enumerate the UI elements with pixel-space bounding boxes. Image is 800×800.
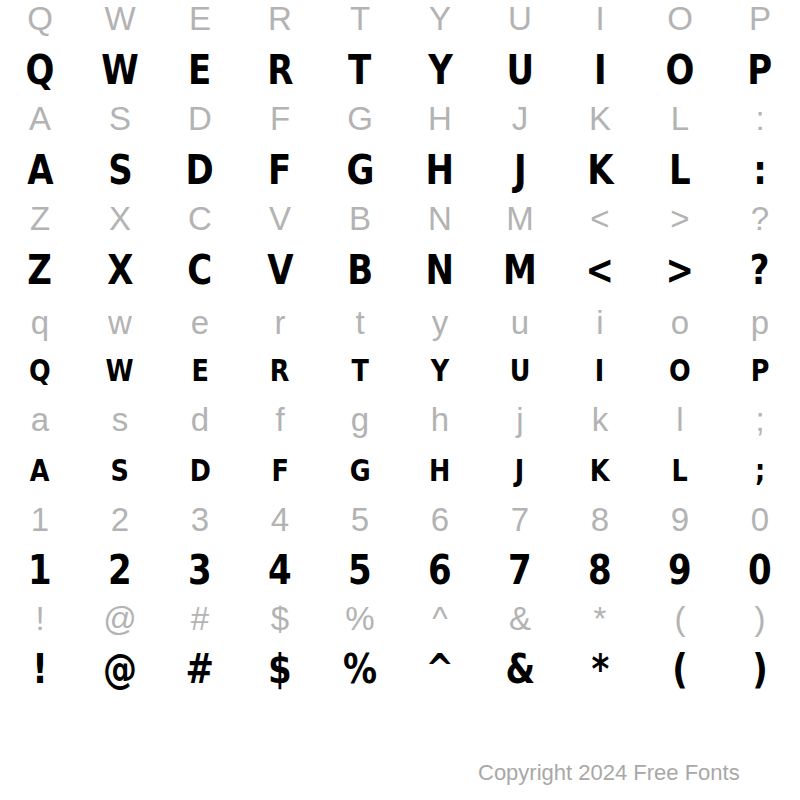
glyph-cell: G: [320, 93, 400, 143]
glyph: H: [429, 456, 450, 486]
glyph-cell: ): [720, 644, 800, 694]
glyph-cell: ?: [720, 193, 800, 243]
glyph: Z: [28, 250, 53, 290]
glyph: F: [268, 150, 291, 190]
glyph: 0: [748, 550, 772, 590]
glyph-cell: T: [320, 346, 400, 396]
glyph-cell: s: [80, 394, 160, 444]
glyph-cell: >: [640, 193, 720, 243]
glyph: C: [188, 202, 212, 235]
glyph-cell: I: [560, 0, 640, 43]
glyph-cell: @: [80, 593, 160, 643]
glyph-cell: 6: [400, 494, 480, 544]
glyph-cell: W: [80, 346, 160, 396]
glyph: N: [428, 202, 452, 235]
glyph: Q: [29, 356, 51, 386]
glyph-row: QWERTYUIOP: [0, 0, 800, 43]
glyph: <: [586, 250, 614, 290]
glyph-cell: #: [160, 593, 240, 643]
glyph-cell: E: [160, 346, 240, 396]
glyph: y: [432, 306, 449, 339]
glyph-cell: R: [240, 0, 320, 43]
glyph-row: ASDFGHJKL:: [0, 93, 800, 143]
glyph-cell: O: [640, 0, 720, 43]
glyph: P: [749, 2, 771, 35]
glyph: Z: [30, 202, 50, 235]
glyph: L: [669, 150, 691, 190]
glyph: 0: [751, 503, 769, 536]
glyph: ^: [432, 602, 448, 635]
glyph-cell: k: [560, 394, 640, 444]
glyph: 3: [191, 503, 209, 536]
glyph-cell: d: [160, 394, 240, 444]
glyph: U: [508, 2, 532, 35]
glyph: Q: [27, 2, 53, 35]
glyph: P: [751, 356, 770, 386]
glyph: Q: [26, 50, 55, 90]
glyph-cell: L: [640, 446, 720, 496]
glyph-cell: 5: [320, 494, 400, 544]
glyph: V: [269, 202, 291, 235]
glyph: E: [188, 50, 211, 90]
glyph-cell: (: [640, 644, 720, 694]
glyph-cell: E: [160, 45, 240, 95]
glyph: f: [275, 403, 284, 436]
glyph-cell: N: [400, 245, 480, 295]
glyph-cell: L: [640, 93, 720, 143]
glyph-cell: Y: [400, 346, 480, 396]
glyph-cell: <: [560, 193, 640, 243]
glyph-cell: C: [160, 245, 240, 295]
glyph-row: QWERTYUIOP: [0, 45, 800, 95]
glyph: ): [755, 602, 766, 635]
glyph-cell: &: [480, 644, 560, 694]
glyph-cell: J: [480, 93, 560, 143]
glyph: E: [191, 356, 208, 386]
glyph-cell: K: [560, 145, 640, 195]
glyph: (: [672, 649, 688, 689]
glyph-cell: u: [480, 297, 560, 347]
glyph: 5: [351, 503, 369, 536]
glyph-cell: M: [480, 245, 560, 295]
glyph-cell: P: [720, 0, 800, 43]
glyph-cell: K: [560, 93, 640, 143]
glyph: 7: [508, 550, 532, 590]
font-specimen-page: { "game": "font-specimen-character-map",…: [0, 0, 800, 800]
glyph-cell: X: [80, 193, 160, 243]
glyph-cell: 8: [560, 545, 640, 595]
glyph: ;: [755, 403, 764, 436]
glyph: T: [350, 2, 370, 35]
glyph-cell: W: [80, 45, 160, 95]
glyph-cell: U: [480, 346, 560, 396]
glyph-cell: *: [560, 593, 640, 643]
glyph: ^: [426, 649, 454, 689]
glyph-cell: 6: [400, 545, 480, 595]
glyph-row: !@#$%^&*(): [0, 644, 800, 694]
glyph-cell: $: [240, 644, 320, 694]
glyph: ;: [755, 456, 765, 486]
glyph-cell: o: [640, 297, 720, 347]
glyph-cell: 3: [160, 494, 240, 544]
glyph-cell: D: [160, 145, 240, 195]
glyph-cell: *: [560, 644, 640, 694]
glyph: 9: [668, 550, 692, 590]
glyph: I: [595, 2, 604, 35]
glyph-cell: 4: [240, 494, 320, 544]
glyph: w: [108, 306, 132, 339]
glyph-cell: 9: [640, 494, 720, 544]
glyph: V: [267, 250, 293, 290]
glyph-cell: f: [240, 394, 320, 444]
glyph: e: [191, 306, 209, 339]
glyph: u: [511, 306, 529, 339]
glyph: @: [103, 602, 137, 635]
glyph: L: [672, 456, 688, 486]
glyph: q: [31, 306, 49, 339]
glyph: s: [112, 403, 129, 436]
glyph: Y: [429, 2, 451, 35]
glyph: K: [587, 150, 613, 190]
glyph: >: [670, 202, 689, 235]
glyph-cell: R: [240, 346, 320, 396]
glyph: D: [186, 150, 214, 190]
glyph: $: [268, 649, 292, 689]
glyph-row: asdfghjkl;: [0, 394, 800, 444]
glyph-cell: C: [160, 193, 240, 243]
glyph: o: [671, 306, 689, 339]
glyph-cell: R: [240, 45, 320, 95]
glyph-cell: @: [80, 644, 160, 694]
glyph: M: [506, 202, 534, 235]
glyph: h: [431, 403, 449, 436]
glyph: Y: [428, 50, 453, 90]
glyph: N: [426, 250, 454, 290]
glyph: H: [426, 150, 454, 190]
glyph: ?: [751, 202, 769, 235]
glyph: 4: [268, 550, 292, 590]
glyph: #: [186, 649, 214, 689]
glyph-cell: e: [160, 297, 240, 347]
glyph-cell: Q: [0, 0, 80, 43]
glyph-cell: p: [720, 297, 800, 347]
glyph-row: ZXCVBNM<>?: [0, 193, 800, 243]
glyph: 4: [271, 503, 289, 536]
glyph-cell: S: [80, 93, 160, 143]
glyph: l: [676, 403, 683, 436]
glyph: T: [348, 50, 371, 90]
glyph: &: [509, 602, 531, 635]
glyph-cell: A: [0, 145, 80, 195]
glyph-cell: B: [320, 245, 400, 295]
character-map: QWERTYUIOPQWERTYUIOPASDFGHJKL:ASDFGHJKL:…: [0, 0, 800, 800]
glyph-cell: h: [400, 394, 480, 444]
glyph-cell: %: [320, 644, 400, 694]
glyph-cell: :: [720, 93, 800, 143]
glyph-cell: M: [480, 193, 560, 243]
glyph-cell: 7: [480, 545, 560, 595]
glyph-cell: ^: [400, 593, 480, 643]
glyph-cell: !: [0, 593, 80, 643]
glyph: J: [514, 150, 527, 190]
glyph: F: [270, 102, 290, 135]
glyph: U: [510, 356, 531, 386]
glyph: R: [268, 2, 292, 35]
glyph: B: [347, 250, 373, 290]
glyph: A: [29, 102, 51, 135]
glyph-cell: ): [720, 593, 800, 643]
glyph: J: [512, 102, 529, 135]
glyph: U: [506, 50, 534, 90]
glyph: 8: [591, 503, 609, 536]
glyph: &: [505, 649, 535, 689]
glyph: i: [596, 306, 603, 339]
glyph-row: ASDFGHJKL:: [0, 145, 800, 195]
glyph-row: !@#$%^&*(): [0, 593, 800, 643]
glyph: K: [590, 456, 610, 486]
glyph-cell: 2: [80, 494, 160, 544]
glyph-cell: a: [0, 394, 80, 444]
glyph: D: [189, 456, 210, 486]
glyph-cell: t: [320, 297, 400, 347]
glyph-cell: j: [480, 394, 560, 444]
glyph-cell: $: [240, 593, 320, 643]
glyph-cell: H: [400, 145, 480, 195]
glyph: S: [108, 150, 132, 190]
glyph: S: [111, 456, 129, 486]
glyph: $: [271, 602, 289, 635]
glyph-cell: H: [400, 93, 480, 143]
glyph: 8: [588, 550, 612, 590]
glyph: J: [515, 456, 524, 486]
glyph-cell: F: [240, 93, 320, 143]
glyph: A: [27, 150, 53, 190]
glyph-cell: T: [320, 0, 400, 43]
glyph-cell: Q: [0, 45, 80, 95]
glyph: I: [595, 356, 604, 386]
glyph-cell: ;: [720, 446, 800, 496]
glyph: X: [109, 202, 131, 235]
glyph-cell: S: [80, 446, 160, 496]
glyph-cell: 1: [0, 545, 80, 595]
glyph: 7: [511, 503, 529, 536]
glyph-row: 1234567890: [0, 545, 800, 595]
glyph: t: [355, 306, 364, 339]
glyph-row: ZXCVBNM<>?: [0, 245, 800, 295]
glyph: W: [106, 356, 134, 386]
glyph: 2: [108, 550, 132, 590]
glyph-cell: I: [560, 45, 640, 95]
glyph-cell: ^: [400, 644, 480, 694]
glyph-cell: Z: [0, 245, 80, 295]
glyph-cell: 9: [640, 545, 720, 595]
glyph: %: [343, 649, 377, 689]
glyph: E: [189, 2, 211, 35]
glyph-cell: N: [400, 193, 480, 243]
glyph: ?: [750, 250, 770, 290]
glyph-cell: 0: [720, 494, 800, 544]
glyph: >: [666, 250, 694, 290]
glyph: p: [751, 306, 769, 339]
glyph-cell: q: [0, 297, 80, 347]
glyph-cell: Y: [400, 45, 480, 95]
glyph-cell: F: [240, 446, 320, 496]
glyph-cell: 5: [320, 545, 400, 595]
glyph-cell: T: [320, 45, 400, 95]
glyph-cell: S: [80, 145, 160, 195]
glyph-cell: :: [720, 145, 800, 195]
glyph-cell: W: [80, 0, 160, 43]
glyph-cell: V: [240, 193, 320, 243]
glyph: G: [346, 150, 374, 190]
glyph-cell: K: [560, 446, 640, 496]
glyph-cell: A: [0, 446, 80, 496]
glyph-cell: I: [560, 346, 640, 396]
glyph: P: [748, 50, 773, 90]
glyph-row: qwertyuiop: [0, 297, 800, 347]
glyph: I: [594, 50, 607, 90]
glyph-row: 1234567890: [0, 494, 800, 544]
glyph-cell: O: [640, 346, 720, 396]
glyph: B: [349, 202, 371, 235]
glyph-cell: F: [240, 145, 320, 195]
glyph: M: [503, 250, 537, 290]
glyph-cell: A: [0, 93, 80, 143]
glyph: j: [516, 403, 523, 436]
glyph: S: [109, 102, 131, 135]
glyph-cell: ?: [720, 245, 800, 295]
glyph-cell: O: [640, 45, 720, 95]
glyph-cell: Z: [0, 193, 80, 243]
glyph-cell: 4: [240, 545, 320, 595]
glyph: ): [752, 649, 768, 689]
glyph: !: [32, 649, 48, 689]
glyph: K: [589, 102, 611, 135]
glyph-cell: Y: [400, 0, 480, 43]
glyph-cell: B: [320, 193, 400, 243]
glyph: R: [270, 356, 290, 386]
glyph-cell: 1: [0, 494, 80, 544]
glyph-cell: X: [80, 245, 160, 295]
glyph: @: [103, 649, 137, 689]
glyph: 6: [431, 503, 449, 536]
glyph-cell: 0: [720, 545, 800, 595]
glyph: T: [351, 356, 368, 386]
glyph-cell: D: [160, 93, 240, 143]
glyph: G: [347, 102, 373, 135]
glyph: A: [30, 456, 50, 486]
glyph-cell: i: [560, 297, 640, 347]
glyph: 6: [428, 550, 452, 590]
glyph-cell: P: [720, 45, 800, 95]
glyph: R: [267, 50, 293, 90]
glyph-cell: U: [480, 45, 560, 95]
glyph: *: [591, 649, 609, 689]
glyph: :: [753, 150, 767, 190]
glyph-row: ASDFGHJKL;: [0, 446, 800, 496]
glyph: d: [191, 403, 209, 436]
glyph-cell: %: [320, 593, 400, 643]
glyph-cell: J: [480, 446, 560, 496]
glyph: %: [345, 602, 374, 635]
glyph: G: [350, 456, 371, 486]
glyph-cell: J: [480, 145, 560, 195]
glyph-cell: P: [720, 346, 800, 396]
glyph-cell: Q: [0, 346, 80, 396]
glyph: <: [590, 202, 609, 235]
glyph-cell: >: [640, 245, 720, 295]
glyph-cell: V: [240, 245, 320, 295]
glyph: r: [275, 306, 286, 339]
glyph: 9: [671, 503, 689, 536]
glyph-cell: 7: [480, 494, 560, 544]
glyph-cell: l: [640, 394, 720, 444]
glyph: W: [101, 50, 139, 90]
glyph-cell: g: [320, 394, 400, 444]
glyph: (: [675, 602, 686, 635]
glyph: L: [671, 102, 689, 135]
glyph: 3: [188, 550, 212, 590]
glyph: O: [667, 2, 693, 35]
glyph: C: [188, 250, 213, 290]
glyph-cell: w: [80, 297, 160, 347]
glyph: W: [104, 2, 135, 35]
glyph-cell: <: [560, 245, 640, 295]
glyph: :: [755, 102, 764, 135]
glyph-cell: r: [240, 297, 320, 347]
glyph-cell: (: [640, 593, 720, 643]
glyph-cell: 8: [560, 494, 640, 544]
glyph: k: [592, 403, 609, 436]
glyph: 1: [28, 550, 52, 590]
glyph-cell: G: [320, 145, 400, 195]
glyph: F: [271, 456, 288, 486]
glyph-cell: D: [160, 446, 240, 496]
glyph: O: [666, 50, 695, 90]
glyph: X: [107, 250, 133, 290]
glyph-cell: y: [400, 297, 480, 347]
glyph: *: [594, 602, 607, 635]
glyph: #: [191, 602, 209, 635]
glyph-cell: G: [320, 446, 400, 496]
glyph-cell: !: [0, 644, 80, 694]
glyph: D: [188, 102, 212, 135]
glyph-cell: #: [160, 644, 240, 694]
glyph: O: [669, 356, 691, 386]
glyph-cell: 3: [160, 545, 240, 595]
glyph: 1: [31, 503, 49, 536]
glyph-cell: L: [640, 145, 720, 195]
glyph: 5: [348, 550, 372, 590]
glyph: Y: [431, 356, 449, 386]
glyph: !: [35, 602, 44, 635]
glyph: H: [428, 102, 452, 135]
glyph: a: [31, 403, 49, 436]
glyph-cell: H: [400, 446, 480, 496]
glyph: g: [351, 403, 369, 436]
glyph-row: QWERTYUIOP: [0, 346, 800, 396]
glyph: 2: [111, 503, 129, 536]
copyright-text: Copyright 2024 Free Fonts: [478, 760, 740, 786]
glyph-cell: E: [160, 0, 240, 43]
glyph-cell: &: [480, 593, 560, 643]
glyph-cell: U: [480, 0, 560, 43]
glyph-cell: 2: [80, 545, 160, 595]
glyph-cell: ;: [720, 394, 800, 444]
